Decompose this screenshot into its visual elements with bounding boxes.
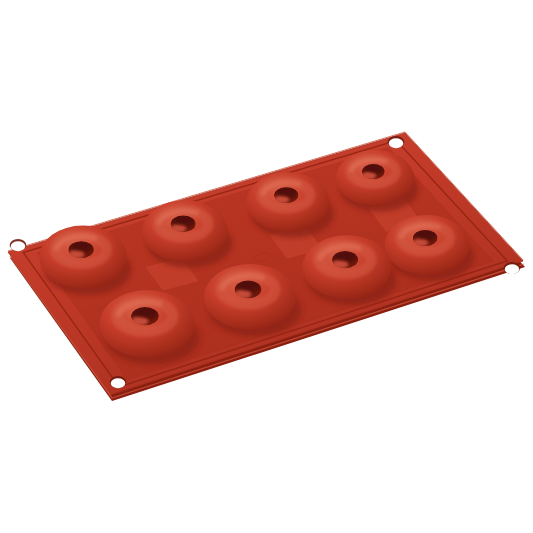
product-photo <box>0 0 533 533</box>
mold-photo-canvas <box>0 0 533 533</box>
corner-hole <box>505 264 519 274</box>
corner-hole <box>111 378 125 388</box>
corner-hole <box>11 241 25 251</box>
corner-hole <box>389 138 403 148</box>
